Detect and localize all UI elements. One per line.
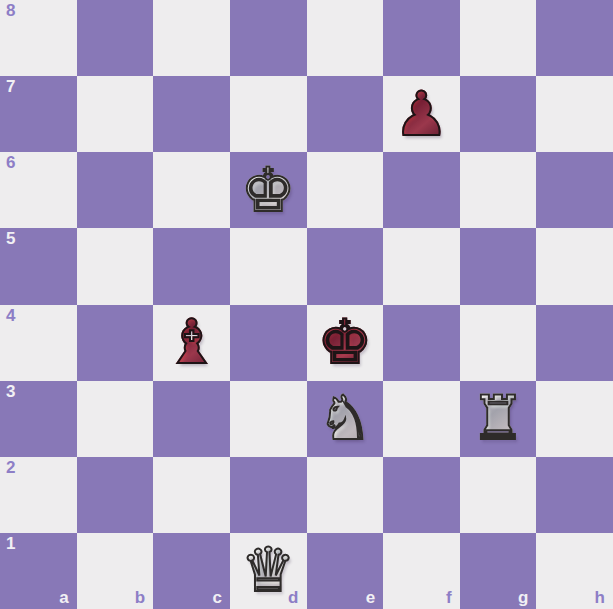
square-c6[interactable] [153,152,230,228]
square-h2[interactable] [536,457,613,533]
square-e2[interactable] [307,457,384,533]
square-g7[interactable] [460,76,537,152]
square-g1[interactable]: g [460,533,537,609]
square-h7[interactable] [536,76,613,152]
square-f6[interactable] [383,152,460,228]
square-e7[interactable] [307,76,384,152]
square-f8[interactable] [383,0,460,76]
square-a4[interactable]: 4 [0,305,77,381]
square-h1[interactable]: h [536,533,613,609]
square-h8[interactable] [536,0,613,76]
square-b2[interactable] [77,457,154,533]
piece-white-rook[interactable]: ♜ [471,387,526,448]
square-d6[interactable]: ♚ [230,152,307,228]
square-h4[interactable] [536,305,613,381]
square-f7[interactable]: ♟ [383,76,460,152]
square-b5[interactable] [77,228,154,304]
square-h5[interactable] [536,228,613,304]
square-f4[interactable] [383,305,460,381]
square-d2[interactable] [230,457,307,533]
square-a6[interactable]: 6 [0,152,77,228]
square-c2[interactable] [153,457,230,533]
file-label-g: g [518,589,528,608]
piece-red-bishop[interactable]: ♝ [164,311,219,372]
rank-label-2: 2 [6,459,15,478]
chess-board: 87♟6♚54♝♚3♞♜21abcd♛efgh [0,0,613,609]
square-a2[interactable]: 2 [0,457,77,533]
square-b7[interactable] [77,76,154,152]
piece-white-queen[interactable]: ♛ [241,539,296,600]
square-b4[interactable] [77,305,154,381]
square-e3[interactable]: ♞ [307,381,384,457]
rank-label-6: 6 [6,154,15,173]
piece-white-knight[interactable]: ♞ [317,387,372,448]
square-c7[interactable] [153,76,230,152]
square-c4[interactable]: ♝ [153,305,230,381]
square-e1[interactable]: e [307,533,384,609]
square-h6[interactable] [536,152,613,228]
square-g8[interactable] [460,0,537,76]
square-b8[interactable] [77,0,154,76]
file-label-a: a [59,589,68,608]
square-c8[interactable] [153,0,230,76]
square-a1[interactable]: 1a [0,533,77,609]
square-b6[interactable] [77,152,154,228]
square-c1[interactable]: c [153,533,230,609]
square-c3[interactable] [153,381,230,457]
rank-label-4: 4 [6,307,15,326]
square-a3[interactable]: 3 [0,381,77,457]
piece-red-king[interactable]: ♚ [317,311,372,372]
rank-label-7: 7 [6,78,15,97]
square-g6[interactable] [460,152,537,228]
square-f2[interactable] [383,457,460,533]
square-e6[interactable] [307,152,384,228]
square-g5[interactable] [460,228,537,304]
square-d7[interactable] [230,76,307,152]
piece-white-king[interactable]: ♚ [241,159,296,220]
square-e8[interactable] [307,0,384,76]
square-c5[interactable] [153,228,230,304]
square-h3[interactable] [536,381,613,457]
rank-label-3: 3 [6,383,15,402]
square-e5[interactable] [307,228,384,304]
square-d5[interactable] [230,228,307,304]
square-a8[interactable]: 8 [0,0,77,76]
rank-label-5: 5 [6,230,15,249]
file-label-h: h [595,589,605,608]
square-e4[interactable]: ♚ [307,305,384,381]
square-g3[interactable]: ♜ [460,381,537,457]
rank-label-8: 8 [6,2,15,21]
file-label-f: f [446,589,452,608]
square-a7[interactable]: 7 [0,76,77,152]
square-d3[interactable] [230,381,307,457]
square-f5[interactable] [383,228,460,304]
square-g2[interactable] [460,457,537,533]
file-label-e: e [366,589,375,608]
file-label-c: c [212,589,221,608]
square-f1[interactable]: f [383,533,460,609]
square-d4[interactable] [230,305,307,381]
square-d1[interactable]: d♛ [230,533,307,609]
square-a5[interactable]: 5 [0,228,77,304]
square-b1[interactable]: b [77,533,154,609]
rank-label-1: 1 [6,535,15,554]
square-f3[interactable] [383,381,460,457]
square-b3[interactable] [77,381,154,457]
file-label-b: b [135,589,145,608]
square-d8[interactable] [230,0,307,76]
piece-red-pawn[interactable]: ♟ [394,83,449,144]
square-g4[interactable] [460,305,537,381]
